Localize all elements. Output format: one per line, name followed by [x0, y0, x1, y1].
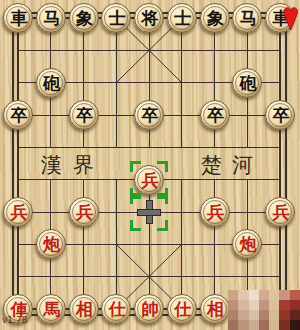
piece-character: 将	[135, 4, 165, 34]
piece-black-soldier[interactable]: 卒	[134, 100, 164, 130]
version-label: v1.78	[2, 315, 27, 325]
piece-character: 炮	[233, 230, 263, 260]
piece-black-elephant[interactable]: 象	[69, 3, 99, 33]
piece-character: 士	[168, 4, 198, 34]
xiangqi-board: 漢界 楚河 車马象士将士象马車砲砲卒卒卒卒卒兵兵兵兵兵炮炮俥馬相仕帥仕相馬俥 v…	[0, 0, 300, 330]
piece-character: 兵	[201, 198, 231, 228]
move-origin-bracket	[130, 193, 168, 231]
piece-character: 炮	[37, 230, 67, 260]
piece-character: 仕	[102, 295, 132, 325]
piece-red-soldier[interactable]: 兵	[265, 197, 295, 227]
piece-black-soldier[interactable]: 卒	[265, 100, 295, 130]
piece-black-advisor[interactable]: 士	[101, 3, 131, 33]
pixelated-censor-overlay	[228, 290, 300, 330]
piece-character: 马	[37, 4, 67, 34]
piece-black-advisor[interactable]: 士	[167, 3, 197, 33]
piece-character: 車	[4, 4, 34, 34]
piece-character: 砲	[233, 69, 263, 99]
piece-black-general[interactable]: 将	[134, 3, 164, 33]
piece-red-soldier[interactable]: 兵	[69, 197, 99, 227]
piece-red-horse[interactable]: 馬	[36, 294, 66, 324]
move-origin-crosshair-icon	[138, 201, 160, 223]
piece-character: 兵	[70, 198, 100, 228]
piece-black-elephant[interactable]: 象	[200, 3, 230, 33]
piece-character: 卒	[201, 101, 231, 131]
piece-red-elephant[interactable]: 相	[69, 294, 99, 324]
piece-character: 马	[233, 4, 263, 34]
piece-black-horse[interactable]: 马	[232, 3, 262, 33]
turn-indicator-down-arrow	[282, 6, 300, 32]
piece-character: 卒	[266, 101, 296, 131]
piece-character: 兵	[4, 198, 34, 228]
piece-character: 兵	[266, 198, 296, 228]
piece-character: 相	[70, 295, 100, 325]
piece-black-soldier[interactable]: 卒	[200, 100, 230, 130]
piece-character: 卒	[70, 101, 100, 131]
piece-red-soldier[interactable]: 兵	[3, 197, 33, 227]
piece-red-cannon[interactable]: 炮	[36, 229, 66, 259]
piece-character: 帥	[135, 295, 165, 325]
piece-red-soldier[interactable]: 兵	[200, 197, 230, 227]
piece-red-general[interactable]: 帥	[134, 294, 164, 324]
piece-character: 象	[70, 4, 100, 34]
piece-character: 士	[102, 4, 132, 34]
piece-black-chariot[interactable]: 車	[3, 3, 33, 33]
piece-red-elephant[interactable]: 相	[200, 294, 230, 324]
piece-character: 馬	[37, 295, 67, 325]
piece-black-horse[interactable]: 马	[36, 3, 66, 33]
piece-red-advisor[interactable]: 仕	[101, 294, 131, 324]
piece-black-soldier[interactable]: 卒	[3, 100, 33, 130]
piece-character: 相	[201, 295, 231, 325]
river-label-left: 漢界	[41, 151, 105, 179]
piece-black-cannon[interactable]: 砲	[232, 68, 262, 98]
piece-character: 卒	[135, 101, 165, 131]
piece-black-cannon[interactable]: 砲	[36, 68, 66, 98]
river-label-right: 楚河	[201, 151, 263, 179]
piece-black-soldier[interactable]: 卒	[69, 100, 99, 130]
piece-character: 砲	[37, 69, 67, 99]
piece-red-cannon[interactable]: 炮	[232, 229, 262, 259]
piece-character: 仕	[168, 295, 198, 325]
piece-character: 卒	[4, 101, 34, 131]
piece-red-advisor[interactable]: 仕	[167, 294, 197, 324]
piece-character: 象	[201, 4, 231, 34]
